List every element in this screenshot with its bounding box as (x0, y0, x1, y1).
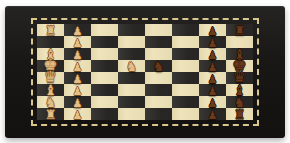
black-pawn: ♟ (208, 110, 218, 121)
square-f5[interactable] (145, 48, 172, 60)
square-a4[interactable] (118, 108, 145, 120)
square-a6[interactable] (172, 108, 199, 120)
square-h2[interactable]: ♟ (64, 24, 91, 36)
square-b4[interactable] (118, 96, 145, 108)
black-king: ♚ (232, 57, 246, 73)
inlay-border: ♜♟♟♜♟♟♝♟♟♝♚♟♞♞♟♚♛♟♟♛♝♟♟♝♞♟♟♞♜♟♟♜ (31, 18, 259, 126)
square-a8[interactable]: ♜ (226, 108, 253, 120)
square-f1[interactable]: ♝ (37, 48, 64, 60)
square-a5[interactable] (145, 108, 172, 120)
black-rook: ♜ (234, 108, 246, 121)
square-d5[interactable] (145, 72, 172, 84)
square-g1[interactable] (37, 36, 64, 48)
square-c2[interactable]: ♟ (64, 84, 91, 96)
white-queen: ♛ (44, 70, 57, 85)
square-g8[interactable] (226, 36, 253, 48)
square-e7[interactable]: ♟ (199, 60, 226, 72)
square-d3[interactable] (91, 72, 118, 84)
square-c1[interactable]: ♝ (37, 84, 64, 96)
black-bishop: ♝ (233, 47, 246, 61)
square-g3[interactable] (91, 36, 118, 48)
square-e2[interactable]: ♟ (64, 60, 91, 72)
square-g6[interactable] (172, 36, 199, 48)
white-pawn: ♟ (73, 110, 83, 121)
square-d6[interactable] (172, 72, 199, 84)
square-a1[interactable]: ♜ (37, 108, 64, 120)
square-a3[interactable] (91, 108, 118, 120)
square-a7[interactable]: ♟ (199, 108, 226, 120)
square-b2[interactable]: ♟ (64, 96, 91, 108)
square-b1[interactable]: ♞ (37, 96, 64, 108)
square-f8[interactable]: ♝ (226, 48, 253, 60)
square-e6[interactable] (172, 60, 199, 72)
square-h4[interactable] (118, 24, 145, 36)
square-e4[interactable]: ♞ (118, 60, 145, 72)
square-c6[interactable] (172, 84, 199, 96)
square-e3[interactable] (91, 60, 118, 72)
chess-board: ♜♟♟♜♟♟♝♟♟♝♚♟♞♞♟♚♛♟♟♛♝♟♟♝♞♟♟♞♜♟♟♜ (5, 6, 285, 138)
square-b6[interactable] (172, 96, 199, 108)
square-b5[interactable] (145, 96, 172, 108)
square-f6[interactable] (172, 48, 199, 60)
square-f4[interactable] (118, 48, 145, 60)
square-d4[interactable] (118, 72, 145, 84)
white-rook: ♜ (45, 108, 57, 121)
square-h6[interactable] (172, 24, 199, 36)
square-f2[interactable]: ♟ (64, 48, 91, 60)
square-d7[interactable]: ♟ (199, 72, 226, 84)
black-bishop: ♝ (233, 83, 246, 97)
square-h8[interactable]: ♜ (226, 24, 253, 36)
square-c3[interactable] (91, 84, 118, 96)
square-b3[interactable] (91, 96, 118, 108)
square-g4[interactable] (118, 36, 145, 48)
square-b8[interactable]: ♞ (226, 96, 253, 108)
white-bishop: ♝ (44, 47, 57, 61)
photo-backdrop: ♜♟♟♜♟♟♝♟♟♝♚♟♞♞♟♚♛♟♟♛♝♟♟♝♞♟♟♞♜♟♟♜ (0, 0, 290, 143)
square-f7[interactable]: ♟ (199, 48, 226, 60)
square-c8[interactable]: ♝ (226, 84, 253, 96)
square-b7[interactable]: ♟ (199, 96, 226, 108)
square-h3[interactable] (91, 24, 118, 36)
square-a2[interactable]: ♟ (64, 108, 91, 120)
square-g2[interactable]: ♟ (64, 36, 91, 48)
square-e1[interactable]: ♚ (37, 60, 64, 72)
square-d2[interactable]: ♟ (64, 72, 91, 84)
square-h1[interactable]: ♜ (37, 24, 64, 36)
black-queen: ♛ (233, 70, 246, 85)
square-g7[interactable]: ♟ (199, 36, 226, 48)
square-f3[interactable] (91, 48, 118, 60)
square-e8[interactable]: ♚ (226, 60, 253, 72)
white-king: ♚ (43, 57, 57, 73)
square-d8[interactable]: ♛ (226, 72, 253, 84)
white-bishop: ♝ (44, 83, 57, 97)
square-c4[interactable] (118, 84, 145, 96)
square-d1[interactable]: ♛ (37, 72, 64, 84)
square-c5[interactable] (145, 84, 172, 96)
square-h7[interactable]: ♟ (199, 24, 226, 36)
square-e5[interactable]: ♞ (145, 60, 172, 72)
square-h5[interactable] (145, 24, 172, 36)
board-grid: ♜♟♟♜♟♟♝♟♟♝♚♟♞♞♟♚♛♟♟♛♝♟♟♝♞♟♟♞♜♟♟♜ (37, 24, 253, 120)
square-c7[interactable]: ♟ (199, 84, 226, 96)
square-g5[interactable] (145, 36, 172, 48)
